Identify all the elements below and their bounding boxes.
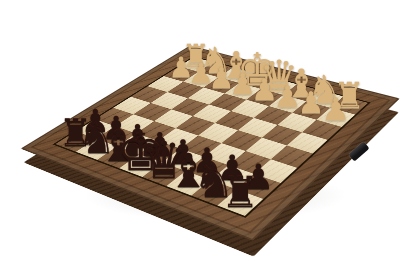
piece-black-rook-a8[interactable]: ♜ <box>221 170 260 213</box>
piece-white-pawn-b2[interactable]: ♟ <box>298 88 325 118</box>
piece-white-pawn-a2[interactable]: ♟ <box>322 95 350 126</box>
chess-set-photo: ♜♞♝♛♚♝♞♜♟♟♟♟♟♟♟♟♟♟♟♟♟♟♟♟♜♞♝♛♚♝♞♜ <box>0 0 420 259</box>
